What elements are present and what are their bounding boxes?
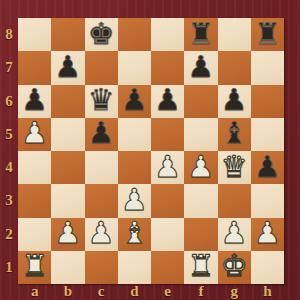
square-e1[interactable] (151, 251, 184, 284)
square-e8[interactable] (151, 18, 184, 51)
square-c5[interactable]: ♟ (85, 118, 118, 151)
square-c3[interactable] (85, 184, 118, 217)
rank-label-5: 5 (0, 118, 18, 151)
white-pawn-b2[interactable]: ♟ (54, 218, 81, 248)
square-e6[interactable]: ♟ (151, 85, 184, 118)
white-pawn-d3[interactable]: ♟ (121, 185, 148, 215)
square-a4[interactable] (18, 151, 51, 184)
square-g4[interactable]: ♛ (218, 151, 251, 184)
white-pawn-g2[interactable]: ♟ (221, 218, 248, 248)
square-c8[interactable]: ♚ (85, 18, 118, 51)
black-pawn-b7[interactable]: ♟ (54, 52, 81, 82)
rank-labels: 87654321 (0, 18, 18, 284)
file-label-a: a (18, 284, 51, 300)
rank-label-3: 3 (0, 184, 18, 217)
file-label-f: f (184, 284, 217, 300)
square-a8[interactable] (18, 18, 51, 51)
square-f7[interactable]: ♟ (184, 51, 217, 84)
square-a3[interactable] (18, 184, 51, 217)
square-h7[interactable] (251, 51, 284, 84)
square-f4[interactable]: ♟ (184, 151, 217, 184)
square-d7[interactable] (118, 51, 151, 84)
square-a5[interactable]: ♟ (18, 118, 51, 151)
file-label-g: g (218, 284, 251, 300)
white-pawn-c2[interactable]: ♟ (88, 218, 115, 248)
square-f5[interactable] (184, 118, 217, 151)
square-d5[interactable] (118, 118, 151, 151)
chess-board: ♚♜♜♟♟♟♛♟♟♟♟♟♝♟♟♛♟♟♟♟♝♟♟♜♜♚ (18, 18, 284, 284)
square-b6[interactable] (51, 85, 84, 118)
square-d3[interactable]: ♟ (118, 184, 151, 217)
rank-label-7: 7 (0, 51, 18, 84)
square-g5[interactable]: ♝ (218, 118, 251, 151)
square-d6[interactable]: ♟ (118, 85, 151, 118)
white-pawn-e4[interactable]: ♟ (154, 152, 181, 182)
square-b2[interactable]: ♟ (51, 218, 84, 251)
square-e3[interactable] (151, 184, 184, 217)
white-bishop-d2[interactable]: ♝ (121, 218, 148, 248)
rank-label-1: 1 (0, 251, 18, 284)
black-pawn-f7[interactable]: ♟ (187, 52, 214, 82)
square-h6[interactable] (251, 85, 284, 118)
square-c7[interactable] (85, 51, 118, 84)
file-label-c: c (85, 284, 118, 300)
square-e2[interactable] (151, 218, 184, 251)
square-g1[interactable]: ♚ (218, 251, 251, 284)
white-pawn-a5[interactable]: ♟ (21, 118, 48, 148)
black-pawn-d6[interactable]: ♟ (121, 85, 148, 115)
square-a1[interactable]: ♜ (18, 251, 51, 284)
black-bishop-g5[interactable]: ♝ (221, 118, 248, 148)
square-g6[interactable]: ♟ (218, 85, 251, 118)
square-f1[interactable]: ♜ (184, 251, 217, 284)
square-g3[interactable] (218, 184, 251, 217)
square-c2[interactable]: ♟ (85, 218, 118, 251)
file-label-h: h (251, 284, 284, 300)
square-g7[interactable] (218, 51, 251, 84)
square-f2[interactable] (184, 218, 217, 251)
square-h4[interactable]: ♟ (251, 151, 284, 184)
square-h8[interactable]: ♜ (251, 18, 284, 51)
board-frame: ♚♜♜♟♟♟♛♟♟♟♟♟♝♟♟♛♟♟♟♟♝♟♟♜♜♚ 87654321 abcd… (0, 0, 300, 300)
square-b1[interactable] (51, 251, 84, 284)
square-a6[interactable]: ♟ (18, 85, 51, 118)
black-pawn-g6[interactable]: ♟ (221, 85, 248, 115)
square-c4[interactable] (85, 151, 118, 184)
rank-label-6: 6 (0, 85, 18, 118)
black-pawn-c5[interactable]: ♟ (88, 118, 115, 148)
square-d1[interactable] (118, 251, 151, 284)
square-e7[interactable] (151, 51, 184, 84)
square-c1[interactable] (85, 251, 118, 284)
square-g2[interactable]: ♟ (218, 218, 251, 251)
square-f6[interactable] (184, 85, 217, 118)
square-g8[interactable] (218, 18, 251, 51)
square-d4[interactable] (118, 151, 151, 184)
file-label-b: b (51, 284, 84, 300)
square-e4[interactable]: ♟ (151, 151, 184, 184)
file-label-e: e (151, 284, 184, 300)
white-queen-g4[interactable]: ♛ (221, 152, 248, 182)
rank-label-8: 8 (0, 18, 18, 51)
square-d2[interactable]: ♝ (118, 218, 151, 251)
square-f3[interactable] (184, 184, 217, 217)
square-e5[interactable] (151, 118, 184, 151)
rank-label-2: 2 (0, 218, 18, 251)
square-c6[interactable]: ♛ (85, 85, 118, 118)
white-pawn-f4[interactable]: ♟ (187, 152, 214, 182)
black-pawn-e6[interactable]: ♟ (154, 85, 181, 115)
file-labels: abcdefgh (18, 284, 284, 300)
black-rook-f8[interactable]: ♜ (187, 19, 214, 49)
square-b5[interactable] (51, 118, 84, 151)
black-queen-c6[interactable]: ♛ (88, 85, 115, 115)
square-h2[interactable]: ♟ (251, 218, 284, 251)
square-a2[interactable] (18, 218, 51, 251)
black-pawn-h4[interactable]: ♟ (254, 152, 281, 182)
square-b3[interactable] (51, 184, 84, 217)
square-f8[interactable]: ♜ (184, 18, 217, 51)
white-rook-a1[interactable]: ♜ (21, 251, 48, 281)
square-h5[interactable] (251, 118, 284, 151)
white-pawn-h2[interactable]: ♟ (254, 218, 281, 248)
square-h3[interactable] (251, 184, 284, 217)
black-king-c8[interactable]: ♚ (88, 19, 115, 49)
white-rook-f1[interactable]: ♜ (187, 251, 214, 281)
square-b7[interactable]: ♟ (51, 51, 84, 84)
black-rook-h8[interactable]: ♜ (254, 19, 281, 49)
square-a7[interactable] (18, 51, 51, 84)
square-b8[interactable] (51, 18, 84, 51)
file-label-d: d (118, 284, 151, 300)
white-king-g1[interactable]: ♚ (221, 251, 248, 281)
square-h1[interactable] (251, 251, 284, 284)
square-d8[interactable] (118, 18, 151, 51)
black-pawn-a6[interactable]: ♟ (21, 85, 48, 115)
square-b4[interactable] (51, 151, 84, 184)
rank-label-4: 4 (0, 151, 18, 184)
